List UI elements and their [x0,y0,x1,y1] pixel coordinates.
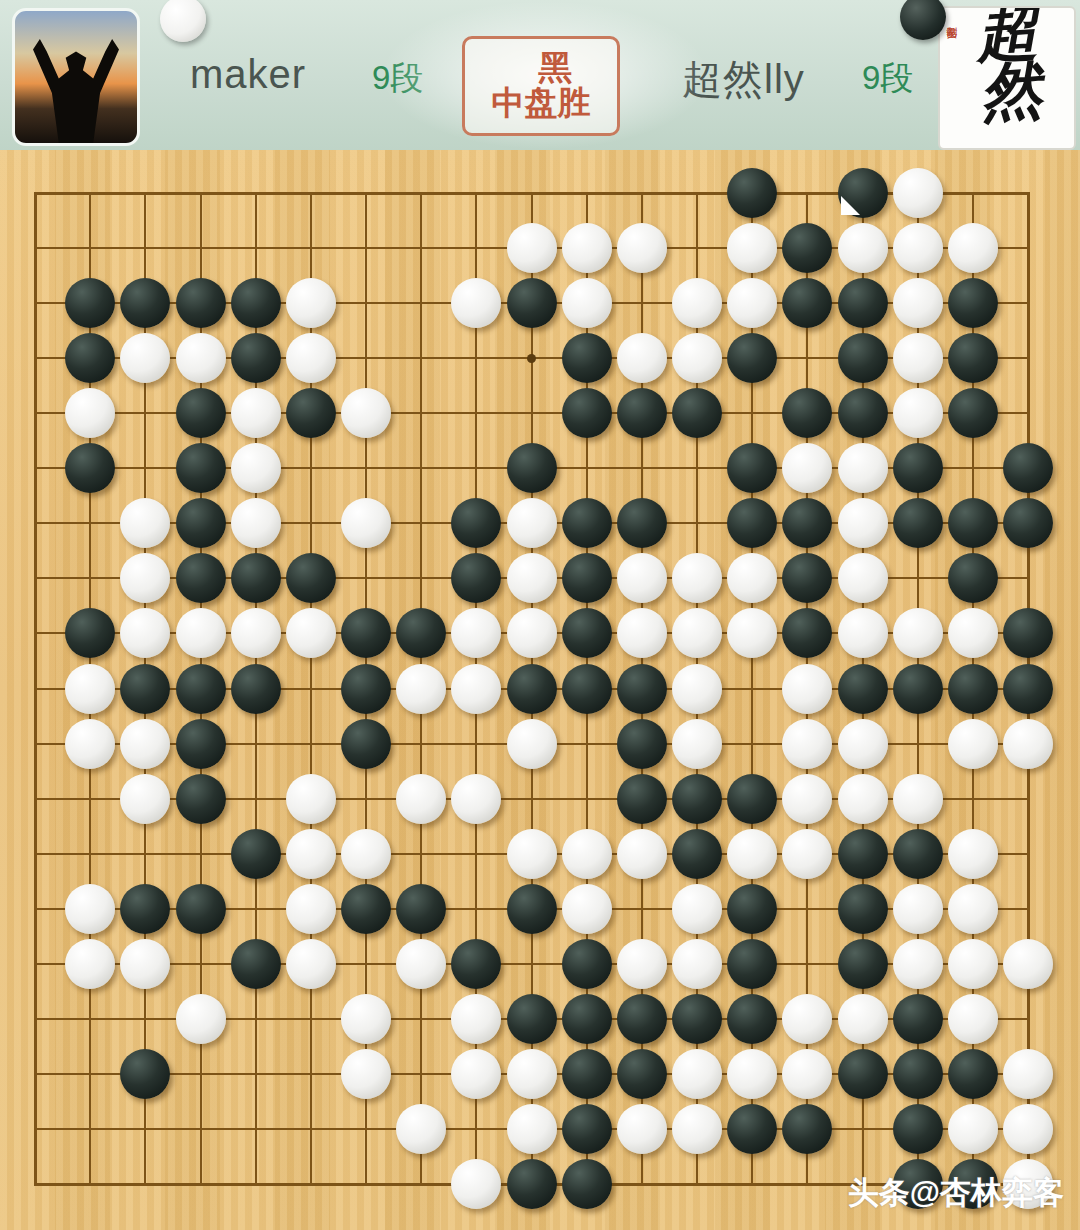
black-stone [727,774,777,824]
white-stone [507,829,557,879]
black-stone [948,553,998,603]
black-stone [838,884,888,934]
white-stone [231,443,281,493]
black-stone [672,388,722,438]
white-stone [396,664,446,714]
white-stone [286,884,336,934]
black-stone [782,223,832,273]
black-stone [562,939,612,989]
black-stone [562,1049,612,1099]
black-stone [120,278,170,328]
black-stone [617,774,667,824]
black-stone [507,664,557,714]
white-stone [396,774,446,824]
black-stone [727,1104,777,1154]
white-stone [451,774,501,824]
black-stone [65,278,115,328]
white-stone [1003,1104,1053,1154]
white-stone [562,884,612,934]
black-stone [231,939,281,989]
white-player-rank: 9段 [862,56,913,101]
white-stone [396,939,446,989]
white-stone [838,608,888,658]
white-stone [672,333,722,383]
white-stone [617,829,667,879]
black-stone [1003,443,1053,493]
black-stone [948,388,998,438]
black-stone [451,553,501,603]
white-stone [893,774,943,824]
black-stone [727,168,777,218]
last-move-marker [841,196,860,215]
black-stone [893,664,943,714]
result-badge-line2: 中盘胜 [492,84,591,122]
white-stone [893,223,943,273]
black-stone [562,498,612,548]
white-stone-icon [160,0,206,42]
white-stone [727,1049,777,1099]
white-stone [176,994,226,1044]
white-stone [893,278,943,328]
black-stone [451,939,501,989]
white-stone [120,939,170,989]
white-stone [672,1049,722,1099]
black-stone [231,829,281,879]
black-stone [948,498,998,548]
black-stone [617,1049,667,1099]
white-stone [286,608,336,658]
black-stone [65,443,115,493]
white-stone [948,884,998,934]
white-stone [948,223,998,273]
white-stone [727,608,777,658]
black-stone [838,664,888,714]
white-stone [286,774,336,824]
black-stone [286,388,336,438]
black-stone [507,994,557,1044]
white-stone [617,223,667,273]
black-stone [120,884,170,934]
white-stone [893,168,943,218]
black-stone [562,333,612,383]
white-stone [838,719,888,769]
white-stone [120,333,170,383]
white-stone [507,223,557,273]
black-stone [672,994,722,1044]
black-stone [838,1049,888,1099]
black-stone [893,1049,943,1099]
black-stone [341,608,391,658]
black-stone [1003,608,1053,658]
black-stone [562,553,612,603]
black-stone [727,884,777,934]
black-stone [893,829,943,879]
white-stone [562,278,612,328]
black-stone [838,333,888,383]
white-stone [451,608,501,658]
white-stone [396,1104,446,1154]
black-stone [617,719,667,769]
white-stone [672,553,722,603]
black-stone [176,719,226,769]
black-stone [341,719,391,769]
white-stone [231,498,281,548]
white-stone [948,719,998,769]
white-stone [838,498,888,548]
black-stone [120,664,170,714]
white-stone [782,443,832,493]
star-point [527,354,536,363]
black-stone [838,278,888,328]
header-bar: maker 9段 黑 中盘胜 超然lly 9段 己亥年制 超然 [0,0,1080,150]
white-stone [451,994,501,1044]
black-stone [231,278,281,328]
black-stone [893,1104,943,1154]
black-stone [672,829,722,879]
black-stone [231,664,281,714]
black-stone [396,608,446,658]
black-stone [727,498,777,548]
white-stone [727,223,777,273]
white-stone [507,719,557,769]
white-stone [1003,1049,1053,1099]
white-stone [672,884,722,934]
white-stone [562,829,612,879]
result-badge-line1: 黑 [538,50,572,84]
black-stone [838,939,888,989]
white-stone [838,443,888,493]
white-stone [672,1104,722,1154]
black-stone [727,443,777,493]
black-stone [782,498,832,548]
white-stone [65,719,115,769]
white-stone [341,829,391,879]
black-player-name: maker [190,52,306,97]
black-stone [1003,498,1053,548]
calligraphy-art: 超然 [974,6,1076,123]
white-stone [672,664,722,714]
white-stone [617,939,667,989]
black-stone [948,278,998,328]
black-stone [231,333,281,383]
white-stone [782,664,832,714]
black-stone [451,498,501,548]
white-stone [65,884,115,934]
black-stone [176,774,226,824]
white-stone [948,608,998,658]
white-stone [893,333,943,383]
white-stone [341,388,391,438]
black-stone [231,553,281,603]
white-stone [231,608,281,658]
black-stone [120,1049,170,1099]
white-stone [893,388,943,438]
black-stone [893,498,943,548]
black-stone [617,388,667,438]
black-stone [782,278,832,328]
black-stone [893,443,943,493]
white-stone [65,664,115,714]
black-stone [617,664,667,714]
go-board[interactable]: 头条@杏林弈客 [0,150,1080,1230]
white-stone [451,1159,501,1209]
black-stone [782,553,832,603]
white-stone [286,829,336,879]
white-stone [617,608,667,658]
watermark-text: 头条@杏林弈客 [848,1172,1064,1214]
black-stone [286,553,336,603]
black-stone [176,553,226,603]
black-stone [948,333,998,383]
result-badge: 黑 中盘胜 [462,36,620,136]
black-stone [727,994,777,1044]
white-stone [286,333,336,383]
black-stone [176,388,226,438]
white-stone [782,719,832,769]
white-stone [451,278,501,328]
black-stone [341,664,391,714]
black-stone [562,1159,612,1209]
white-stone [507,608,557,658]
white-stone [727,829,777,879]
black-stone [176,443,226,493]
white-stone [893,608,943,658]
black-stone [65,608,115,658]
white-stone [838,223,888,273]
white-stone [1003,719,1053,769]
white-stone [120,774,170,824]
white-stone [120,608,170,658]
white-stone [231,388,281,438]
black-stone [507,884,557,934]
white-stone [65,388,115,438]
black-stone [562,608,612,658]
white-stone [451,1049,501,1099]
black-stone [617,498,667,548]
white-stone [948,994,998,1044]
white-stone [727,278,777,328]
white-stone [176,333,226,383]
black-stone [65,333,115,383]
white-stone [341,498,391,548]
white-stone [176,608,226,658]
white-stone [838,774,888,824]
white-stone [672,719,722,769]
black-stone [948,664,998,714]
black-stone [176,664,226,714]
black-stone [893,994,943,1044]
white-stone [341,1049,391,1099]
black-stone [782,1104,832,1154]
white-stone [617,333,667,383]
white-stone [672,608,722,658]
white-stone [672,939,722,989]
white-stone [120,719,170,769]
white-stone [893,884,943,934]
white-stone [838,553,888,603]
white-stone [672,278,722,328]
white-stone [120,553,170,603]
black-stone [176,498,226,548]
white-stone [1003,939,1053,989]
black-stone [838,388,888,438]
black-stone [782,608,832,658]
black-stone [396,884,446,934]
white-stone [286,278,336,328]
white-stone [507,498,557,548]
white-stone [838,994,888,1044]
white-stone [507,1104,557,1154]
black-stone [727,939,777,989]
white-player-name: 超然lly [682,52,805,107]
black-stone [562,994,612,1044]
white-stone [782,994,832,1044]
white-player-avatar[interactable]: 己亥年制 超然 [938,6,1076,150]
white-stone [893,939,943,989]
white-stone [120,498,170,548]
white-stone [341,994,391,1044]
white-stone [782,1049,832,1099]
white-stone [948,1104,998,1154]
black-stone [562,388,612,438]
avatar-photo [33,39,119,143]
white-stone [286,939,336,989]
white-stone [782,774,832,824]
black-stone [176,278,226,328]
black-stone [1003,664,1053,714]
white-stone [727,553,777,603]
white-stone [507,553,557,603]
white-stone [65,939,115,989]
white-stone [617,553,667,603]
white-stone [617,1104,667,1154]
black-stone [617,994,667,1044]
black-stone [948,1049,998,1099]
white-stone [451,664,501,714]
black-stone [838,829,888,879]
black-stone [176,884,226,934]
black-stone [562,664,612,714]
black-player-avatar[interactable] [12,8,140,146]
black-stone [507,278,557,328]
black-stone [727,333,777,383]
white-stone [948,939,998,989]
black-stone [507,1159,557,1209]
black-player-rank: 9段 [372,56,423,101]
black-stone [562,1104,612,1154]
white-stone [782,829,832,879]
white-stone [507,1049,557,1099]
black-stone [507,443,557,493]
white-stone [562,223,612,273]
black-stone [341,884,391,934]
black-stone [782,388,832,438]
black-stone [838,168,888,218]
black-stone [672,774,722,824]
white-stone [948,829,998,879]
